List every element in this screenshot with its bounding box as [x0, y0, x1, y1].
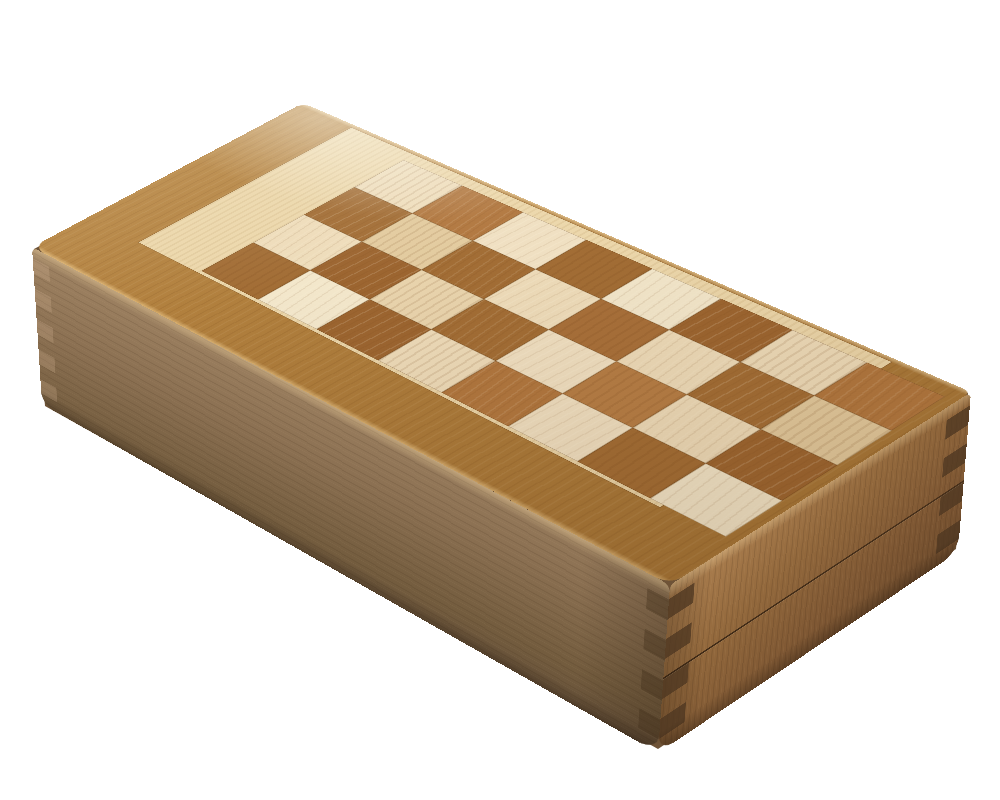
dovetail-gap [642, 649, 665, 681]
dovetail-finger [646, 588, 669, 620]
dovetail-finger [35, 289, 52, 313]
dovetail-gap [944, 425, 969, 459]
dovetail-gap [666, 603, 693, 640]
dovetail-gap [637, 728, 659, 753]
dovetail-gap [935, 539, 959, 568]
dovetail-finger [33, 258, 50, 282]
dovetail-finger [668, 583, 695, 620]
dovetail-gap [34, 273, 51, 297]
dovetail-joint [32, 247, 58, 413]
dovetail-finger [659, 702, 686, 739]
dovetail-finger [942, 444, 967, 478]
dovetail-finger [936, 520, 961, 554]
dovetail-finger [39, 349, 56, 373]
dovetail-finger [641, 669, 663, 700]
dovetail-gap [658, 722, 685, 753]
dovetail-finger [662, 662, 689, 699]
dovetail-finger [665, 623, 692, 660]
dovetail-finger [638, 708, 660, 739]
dovetail-gap [639, 689, 661, 720]
product-photo-chess-box [0, 0, 1000, 800]
dovetail-gap [41, 394, 57, 413]
dovetail-joint [935, 392, 971, 567]
dovetail-finger [643, 629, 666, 661]
dovetail-gap [938, 501, 963, 535]
dovetail-gap [660, 682, 687, 719]
dovetail-gap [38, 334, 55, 358]
dovetail-finger [40, 379, 57, 403]
dovetail-finger [37, 319, 54, 343]
dovetail-gap [645, 609, 668, 641]
dovetail-gap [36, 304, 53, 328]
dovetail-finger [945, 405, 970, 439]
dovetail-gap [39, 364, 56, 388]
